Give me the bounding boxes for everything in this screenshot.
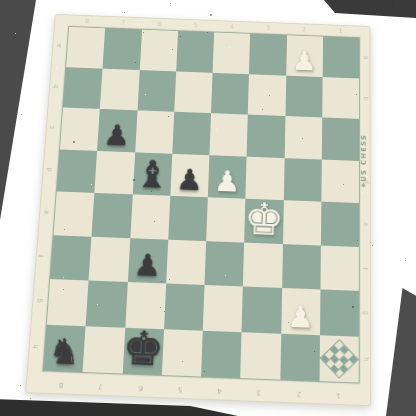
coord-left-d: d: [46, 167, 53, 172]
piece-white-pawn-g2[interactable]: ♟: [287, 301, 315, 333]
piece-black-knight-h8[interactable]: ♞: [48, 333, 82, 370]
square-h3[interactable]: [240, 332, 280, 380]
square-g5[interactable]: [164, 283, 205, 330]
square-a4[interactable]: [213, 32, 251, 73]
brand-logo-diamond-icon: [320, 339, 359, 379]
coord-right-a: a: [362, 56, 369, 60]
square-c8[interactable]: [60, 107, 100, 150]
square-c3[interactable]: [247, 115, 285, 158]
square-h5[interactable]: [162, 329, 203, 377]
piece-black-pawn-d5[interactable]: ♟: [176, 165, 204, 195]
coord-bottom-1: 1: [336, 391, 341, 399]
square-b1[interactable]: [322, 77, 359, 119]
coord-left-e: e: [43, 210, 50, 214]
square-g7[interactable]: [86, 281, 128, 328]
piece-black-pawn-f6[interactable]: ♟: [133, 250, 162, 281]
background-shadow-left: [0, 0, 36, 220]
square-d7[interactable]: [95, 150, 135, 194]
piece-black-bishop-d6[interactable]: ♝: [134, 155, 170, 194]
square-a3[interactable]: [249, 34, 286, 75]
coord-top-6: 6: [157, 21, 162, 27]
noise-dot: [35, 165, 36, 166]
piece-black-king-h6[interactable]: ♚: [121, 325, 165, 373]
piece-white-pawn-d4[interactable]: ♟: [214, 167, 241, 197]
square-h2[interactable]: [280, 333, 320, 381]
coord-right-g: g: [362, 311, 369, 316]
square-d8[interactable]: [57, 149, 98, 193]
coord-top-2: 2: [302, 27, 306, 33]
coord-bottom-6: 6: [138, 384, 143, 392]
coord-left-f: f: [39, 255, 46, 258]
coord-bottom-8: 8: [59, 381, 64, 389]
square-c5[interactable]: [172, 112, 211, 155]
square-f6[interactable]: ♟: [127, 238, 168, 284]
coord-bottom-2: 2: [296, 390, 301, 398]
square-e4[interactable]: [206, 197, 245, 242]
square-c1[interactable]: [322, 117, 359, 160]
noise-dot: [30, 398, 31, 399]
square-f1[interactable]: [320, 245, 359, 291]
noise-dot: [31, 204, 32, 205]
mat-rotation-wrapper: ❖US CHESS ♟♟♝♟♟♚♟♟♞♚ 8877665544332211aab…: [31, 0, 380, 402]
coord-top-5: 5: [193, 23, 197, 29]
noise-dot: [405, 260, 406, 261]
square-h4[interactable]: [201, 330, 242, 378]
square-c7[interactable]: ♟: [97, 109, 137, 152]
coord-right-c: c: [361, 137, 368, 141]
square-g4[interactable]: [203, 285, 243, 332]
square-c2[interactable]: [284, 116, 322, 159]
square-f4[interactable]: [205, 241, 245, 287]
square-e1[interactable]: [321, 202, 359, 247]
square-d6[interactable]: ♝: [132, 152, 172, 196]
square-d2[interactable]: [283, 158, 321, 202]
square-c6[interactable]: [135, 110, 174, 153]
square-b7[interactable]: [100, 68, 139, 110]
noise-dot: [404, 182, 405, 183]
vinyl-chess-mat: ❖US CHESS ♟♟♝♟♟♚♟♟♞♚ 8877665544332211aab…: [25, 14, 371, 406]
square-f8[interactable]: [50, 235, 91, 281]
square-h1[interactable]: [319, 335, 358, 383]
coord-left-a: a: [56, 44, 63, 48]
coord-bottom-7: 7: [98, 382, 103, 390]
photo-scene: ❖US CHESS ♟♟♝♟♟♚♟♟♞♚ 8877665544332211aab…: [0, 0, 416, 416]
piece-black-pawn-c7[interactable]: ♟: [103, 121, 131, 150]
background-shadow-right: [386, 288, 416, 416]
square-a5[interactable]: [176, 31, 214, 72]
coord-bottom-5: 5: [178, 385, 183, 393]
square-g1[interactable]: [320, 289, 359, 336]
square-a6[interactable]: [139, 30, 177, 71]
square-b6[interactable]: [137, 70, 176, 112]
coord-right-f: f: [361, 267, 368, 270]
coord-bottom-3: 3: [257, 388, 262, 396]
square-a1[interactable]: [322, 37, 359, 78]
square-b2[interactable]: [285, 75, 322, 117]
coord-left-g: g: [36, 298, 43, 303]
square-e8[interactable]: [54, 191, 95, 236]
square-e3[interactable]: ♚: [244, 199, 283, 244]
coord-right-h: h: [362, 357, 369, 362]
square-d1[interactable]: [321, 159, 359, 203]
square-h7[interactable]: [83, 326, 125, 374]
coord-top-7: 7: [121, 20, 126, 26]
piece-white-king-e3[interactable]: ♚: [243, 196, 284, 241]
square-d5[interactable]: ♟: [170, 153, 209, 197]
square-d4[interactable]: ♟: [208, 155, 247, 199]
square-g2[interactable]: ♟: [281, 288, 320, 335]
square-a7[interactable]: [103, 28, 142, 69]
square-b5[interactable]: [174, 71, 213, 113]
square-b8[interactable]: [63, 67, 103, 109]
square-g3[interactable]: [242, 286, 282, 333]
coord-left-b: b: [53, 84, 60, 88]
noise-dot: [20, 385, 21, 386]
coord-right-e: e: [361, 222, 368, 226]
coord-left-c: c: [49, 125, 56, 129]
square-h6[interactable]: ♚: [122, 327, 164, 375]
coord-bottom-4: 4: [217, 387, 222, 395]
noise-dot: [372, 245, 373, 246]
square-f7[interactable]: [89, 236, 130, 282]
noise-dot: [21, 114, 22, 115]
square-f3[interactable]: [243, 242, 282, 288]
square-f5[interactable]: [166, 239, 206, 285]
coord-right-d: d: [362, 179, 369, 184]
square-b3[interactable]: [248, 74, 286, 116]
piece-white-pawn-a2[interactable]: ♟: [291, 47, 317, 75]
coord-top-1: 1: [338, 28, 342, 34]
coord-top-3: 3: [266, 26, 270, 32]
coord-right-b: b: [362, 96, 369, 100]
square-e2[interactable]: [283, 200, 322, 245]
coord-top-4: 4: [229, 24, 233, 30]
coord-top-8: 8: [85, 19, 90, 25]
square-h8[interactable]: ♞: [43, 324, 85, 372]
square-c4[interactable]: [209, 113, 248, 156]
square-a2[interactable]: ♟: [286, 35, 323, 76]
square-b4[interactable]: [211, 72, 249, 114]
square-g8[interactable]: [47, 279, 89, 326]
square-e6[interactable]: [130, 194, 170, 239]
square-a8[interactable]: [66, 27, 105, 68]
square-e7[interactable]: [92, 193, 133, 238]
chess-board: ♟♟♝♟♟♚♟♟♞♚: [42, 26, 360, 384]
square-e5[interactable]: [168, 196, 208, 241]
coord-left-h: h: [32, 344, 40, 349]
square-f2[interactable]: [282, 244, 321, 290]
